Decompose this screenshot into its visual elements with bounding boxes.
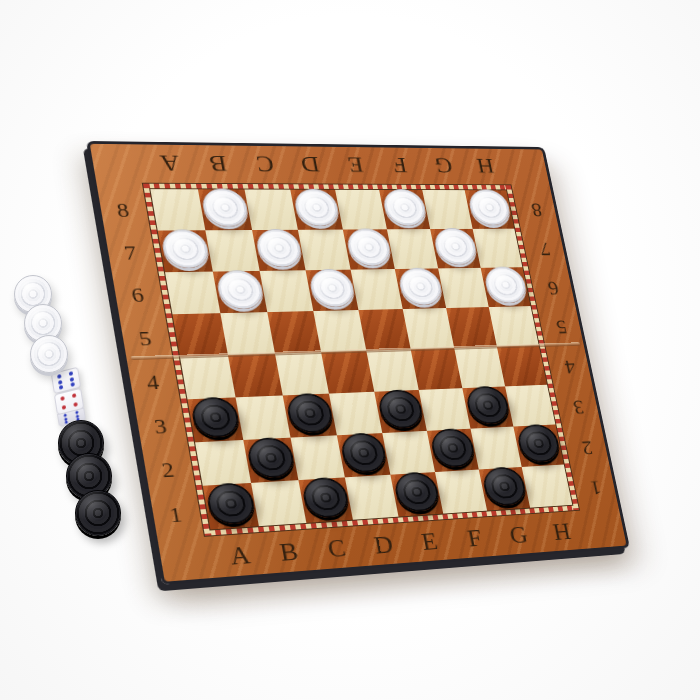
square-e7[interactable] <box>343 229 395 269</box>
white-checker-a7[interactable] <box>159 229 210 268</box>
square-c2[interactable] <box>291 435 345 480</box>
black-checker-g3[interactable] <box>463 385 511 424</box>
black-checker-c3[interactable] <box>284 392 335 433</box>
coord-label-h: H <box>538 517 587 547</box>
square-d8[interactable] <box>290 190 343 230</box>
coord-label-b-flipped: B <box>192 150 244 177</box>
board-grid <box>150 189 572 529</box>
square-h8[interactable] <box>465 190 515 229</box>
die-pip <box>69 371 74 376</box>
square-b1[interactable] <box>251 480 306 526</box>
square-d3[interactable] <box>329 392 382 436</box>
coord-label-f: F <box>449 523 499 554</box>
white-checker-b8[interactable] <box>199 188 250 226</box>
black-checker-a1[interactable] <box>204 482 256 525</box>
coord-label-a: A <box>213 540 268 573</box>
coord-label-g: G <box>494 520 543 551</box>
square-h6[interactable] <box>481 267 531 307</box>
square-d5[interactable] <box>313 310 366 352</box>
black-checker-e3[interactable] <box>376 389 425 429</box>
die-pip <box>61 396 66 401</box>
square-c5[interactable] <box>267 311 321 354</box>
square-a1[interactable] <box>203 483 259 530</box>
white-checker-f6[interactable] <box>396 267 444 305</box>
black-checker-b2[interactable] <box>245 436 296 478</box>
white-checker-d6[interactable] <box>307 268 356 307</box>
coord-label-d-flipped: D <box>285 151 336 178</box>
black-checker-g1[interactable] <box>480 466 528 507</box>
coord-label-4-flipped: 4 <box>552 347 588 388</box>
square-e1[interactable] <box>390 472 443 517</box>
white-checker-h6[interactable] <box>482 266 529 303</box>
coord-label-d: D <box>358 530 410 562</box>
square-e3[interactable] <box>374 390 427 433</box>
coord-label-e-flipped: E <box>331 151 381 178</box>
square-a8[interactable] <box>150 189 205 230</box>
square-c1[interactable] <box>298 477 352 523</box>
white-checker-g7[interactable] <box>431 228 478 265</box>
square-c3[interactable] <box>283 394 337 438</box>
coord-label-1: 1 <box>155 492 196 539</box>
die-pip <box>73 402 78 407</box>
coord-label-3-flipped: 3 <box>561 386 597 427</box>
die-pip <box>70 382 75 387</box>
square-d6[interactable] <box>306 270 359 311</box>
die-pip <box>62 405 67 410</box>
white-checker-e7[interactable] <box>344 228 392 266</box>
square-h2[interactable] <box>513 424 563 467</box>
white-checker-h8[interactable] <box>466 189 512 225</box>
coord-label-7-flipped: 7 <box>527 229 563 268</box>
coord-label-2-flipped: 2 <box>569 426 605 468</box>
decorative-inlay-border <box>142 183 580 537</box>
coord-label-6-flipped: 6 <box>535 268 571 308</box>
die-pip <box>57 374 62 379</box>
square-b4[interactable] <box>228 354 283 398</box>
square-b8[interactable] <box>198 189 252 230</box>
square-d7[interactable] <box>298 230 351 271</box>
white-checker-f8[interactable] <box>380 189 428 226</box>
white-checker-b6[interactable] <box>214 270 265 309</box>
square-a4[interactable] <box>180 355 236 399</box>
square-d1[interactable] <box>345 475 399 520</box>
square-c4[interactable] <box>275 352 329 395</box>
offboard-white-checker-3[interactable] <box>30 335 68 373</box>
black-checker-d2[interactable] <box>338 432 388 473</box>
square-e6[interactable] <box>351 269 403 310</box>
white-checker-d8[interactable] <box>292 188 341 225</box>
coord-label-5: 5 <box>125 317 165 361</box>
coord-label-2: 2 <box>148 447 189 493</box>
coord-label-a-flipped: A <box>143 149 196 177</box>
coord-label-7: 7 <box>110 231 150 274</box>
square-c7[interactable] <box>252 230 306 271</box>
checkers-board: ABCDEFGH ABCDEFGH 87654321 87654321 <box>86 141 630 585</box>
die-pip <box>70 377 75 382</box>
square-h7[interactable] <box>473 229 523 268</box>
black-checker-f2[interactable] <box>428 427 476 467</box>
black-checker-h2[interactable] <box>514 423 561 463</box>
die-pip <box>72 393 77 398</box>
product-photo-scene: ABCDEFGH ABCDEFGH 87654321 87654321 <box>0 0 700 700</box>
coord-label-b: B <box>262 536 316 569</box>
die-pip <box>58 379 63 384</box>
square-b3[interactable] <box>236 395 291 440</box>
square-b7[interactable] <box>205 230 259 272</box>
coord-label-8-flipped: 8 <box>519 190 554 229</box>
square-a3[interactable] <box>187 397 243 442</box>
square-a5[interactable] <box>172 313 227 356</box>
coord-label-g-flipped: G <box>419 152 467 178</box>
black-checker-e1[interactable] <box>392 471 441 513</box>
black-checker-a3[interactable] <box>189 396 241 438</box>
coord-label-c-flipped: C <box>239 150 290 177</box>
coord-label-f-flipped: F <box>375 152 424 178</box>
square-e8[interactable] <box>335 190 387 230</box>
square-a7[interactable] <box>158 230 213 272</box>
square-e2[interactable] <box>382 431 435 475</box>
coord-label-5-flipped: 5 <box>544 307 580 347</box>
black-checker-c1[interactable] <box>300 476 351 518</box>
die-pip <box>59 385 64 390</box>
square-d4[interactable] <box>321 351 374 394</box>
coord-label-8: 8 <box>103 189 143 231</box>
coord-label-h-flipped: H <box>462 153 509 179</box>
square-d2[interactable] <box>337 433 390 477</box>
square-c8[interactable] <box>245 189 298 230</box>
square-b5[interactable] <box>220 312 275 355</box>
file-labels-top: ABCDEFGH <box>143 149 509 178</box>
square-e5[interactable] <box>358 309 410 351</box>
coord-label-e: E <box>404 526 455 557</box>
coord-label-6: 6 <box>118 274 158 318</box>
square-h1[interactable] <box>522 464 573 507</box>
square-h4[interactable] <box>497 345 547 386</box>
square-b2[interactable] <box>243 438 298 483</box>
square-e4[interactable] <box>366 349 418 391</box>
white-checker-c7[interactable] <box>253 228 303 266</box>
square-h5[interactable] <box>489 306 539 346</box>
offboard-black-checker-3[interactable] <box>75 490 121 536</box>
square-a2[interactable] <box>195 440 251 486</box>
square-c6[interactable] <box>260 270 314 312</box>
square-h3[interactable] <box>505 385 555 427</box>
coord-label-4: 4 <box>133 360 173 405</box>
coord-label-3: 3 <box>140 404 181 450</box>
coord-label-c: C <box>310 533 363 565</box>
square-b6[interactable] <box>213 271 267 313</box>
square-a6[interactable] <box>165 272 220 315</box>
coord-label-1-flipped: 1 <box>578 467 614 510</box>
